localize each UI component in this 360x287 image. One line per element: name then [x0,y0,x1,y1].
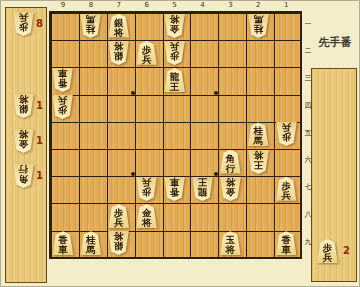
piece-kanji: 歩 [281,132,291,142]
turn-indicator: 先手番 [310,35,360,50]
piece-kanji: 金 [226,187,236,197]
rank-label-6: 六 [303,156,313,165]
file-label-3: 3 [216,1,244,10]
piece-5a-gote[interactable]: 金将 [164,14,185,38]
file-label-7: 7 [105,1,133,10]
rank-label-7: 七 [303,183,313,192]
piece-kanji: 将 [114,231,124,241]
piece-kanji: 銀 [114,241,124,251]
gote-hand-銀将[interactable]: 銀将 [13,94,34,118]
piece-kanji: 兵 [281,122,291,132]
piece-1i-sente[interactable]: 香車 [276,231,297,255]
piece-kanji: 将 [114,41,124,51]
gote-hand-count-金将: 1 [36,135,43,147]
piece-kanji: 兵 [142,177,152,187]
piece-kanji: 将 [170,14,180,24]
piece-6h-sente[interactable]: 金将 [136,204,157,228]
file-label-2: 2 [244,1,272,10]
piece-kanji: 将 [226,245,236,255]
piece-4g-gote[interactable]: 龍王 [192,177,213,201]
piece-kanji: 兵 [281,191,291,201]
piece-7a-sente[interactable]: 銀将 [108,14,129,38]
piece-2a-gote[interactable]: 桂馬 [248,14,269,38]
file-label-9: 9 [49,1,77,10]
gote-hand-count-角行: 1 [36,170,43,182]
gote-hand-金将[interactable]: 金将 [13,129,34,153]
piece-7b-gote[interactable]: 銀将 [108,41,129,65]
piece-kanji: 車 [58,68,68,78]
piece-kanji: 王 [198,177,208,187]
piece-kanji: 香 [170,187,180,197]
piece-kanji: 王 [254,160,264,170]
piece-kanji: 馬 [254,136,264,146]
shogi-app: 先手番 桂馬銀将金将桂馬銀将歩兵歩兵香車龍王歩兵桂馬歩兵角行王将歩兵香車龍王金将… [0,0,360,287]
rank-label-4: 四 [303,102,313,111]
piece-kanji: 兵 [19,12,29,22]
rank-label-3: 三 [303,74,313,83]
piece-2e-sente[interactable]: 桂馬 [248,122,269,146]
piece-8i-sente[interactable]: 桂馬 [80,231,101,255]
piece-6g-gote[interactable]: 歩兵 [136,177,157,201]
sente-hand-count-歩兵: 2 [343,245,350,257]
piece-kanji: 歩 [170,51,180,61]
file-label-6: 6 [133,1,161,10]
file-label-8: 8 [77,1,105,10]
piece-kanji: 龍 [198,187,208,197]
piece-5c-sente[interactable]: 龍王 [164,68,185,92]
piece-9d-gote[interactable]: 歩兵 [52,95,73,119]
piece-kanji: 将 [142,218,152,228]
rank-label-1: 一 [303,20,313,29]
piece-1e-gote[interactable]: 歩兵 [276,122,297,146]
piece-kanji: 馬 [86,245,96,255]
piece-kanji: 車 [281,245,291,255]
hoshi-dot [131,172,135,176]
piece-kanji: 王 [170,82,180,92]
piece-kanji: 角 [19,174,29,184]
piece-kanji: 兵 [323,253,333,263]
piece-kanji: 兵 [58,95,68,105]
file-label-4: 4 [189,1,217,10]
piece-9i-sente[interactable]: 香車 [52,231,73,255]
piece-3g-gote[interactable]: 金将 [220,177,241,201]
piece-kanji: 歩 [58,105,68,115]
piece-kanji: 歩 [19,22,29,32]
piece-kanji: 馬 [86,14,96,24]
gote-hand-count-歩兵: 8 [36,18,43,30]
file-label-1: 1 [272,1,300,10]
piece-2f-gote[interactable]: 王将 [248,150,269,174]
piece-3i-sente[interactable]: 玉将 [220,231,241,255]
rank-label-8: 八 [303,210,313,219]
rank-label-9: 九 [303,238,313,247]
piece-5g-gote[interactable]: 香車 [164,177,185,201]
piece-kanji: 兵 [142,55,152,65]
piece-kanji: 行 [19,164,29,174]
piece-kanji: 金 [19,139,29,149]
gote-hand-count-銀将: 1 [36,100,43,112]
piece-7h-sente[interactable]: 歩兵 [108,204,129,228]
piece-kanji: 行 [226,164,236,174]
piece-kanji: 銀 [19,104,29,114]
gote-hand-歩兵[interactable]: 歩兵 [13,12,34,36]
piece-kanji: 銀 [114,51,124,61]
piece-kanji: 将 [254,150,264,160]
piece-kanji: 金 [170,24,180,34]
rank-label-5: 五 [303,129,313,138]
piece-kanji: 将 [19,94,29,104]
piece-9c-gote[interactable]: 香車 [52,68,73,92]
rank-label-2: 二 [303,47,313,56]
piece-kanji: 車 [58,245,68,255]
piece-kanji: 香 [58,78,68,88]
piece-5b-gote[interactable]: 歩兵 [164,41,185,65]
piece-kanji: 馬 [254,14,264,24]
piece-3f-sente[interactable]: 角行 [220,150,241,174]
piece-kanji: 将 [114,28,124,38]
piece-kanji: 兵 [114,218,124,228]
hoshi-dot [131,91,135,95]
piece-kanji: 兵 [170,41,180,51]
piece-kanji: 桂 [86,24,96,34]
piece-kanji: 将 [226,177,236,187]
piece-1g-sente[interactable]: 歩兵 [276,177,297,201]
file-label-5: 5 [161,1,189,10]
piece-6b-sente[interactable]: 歩兵 [136,41,157,65]
piece-kanji: 歩 [142,187,152,197]
piece-kanji: 将 [19,129,29,139]
piece-7i-gote[interactable]: 銀将 [108,231,129,255]
piece-8a-gote[interactable]: 桂馬 [80,14,101,38]
sente-hand-歩兵[interactable]: 歩兵 [317,239,338,263]
gote-hand-角行[interactable]: 角行 [13,164,34,188]
piece-kanji: 桂 [254,24,264,34]
piece-kanji: 車 [170,177,180,187]
